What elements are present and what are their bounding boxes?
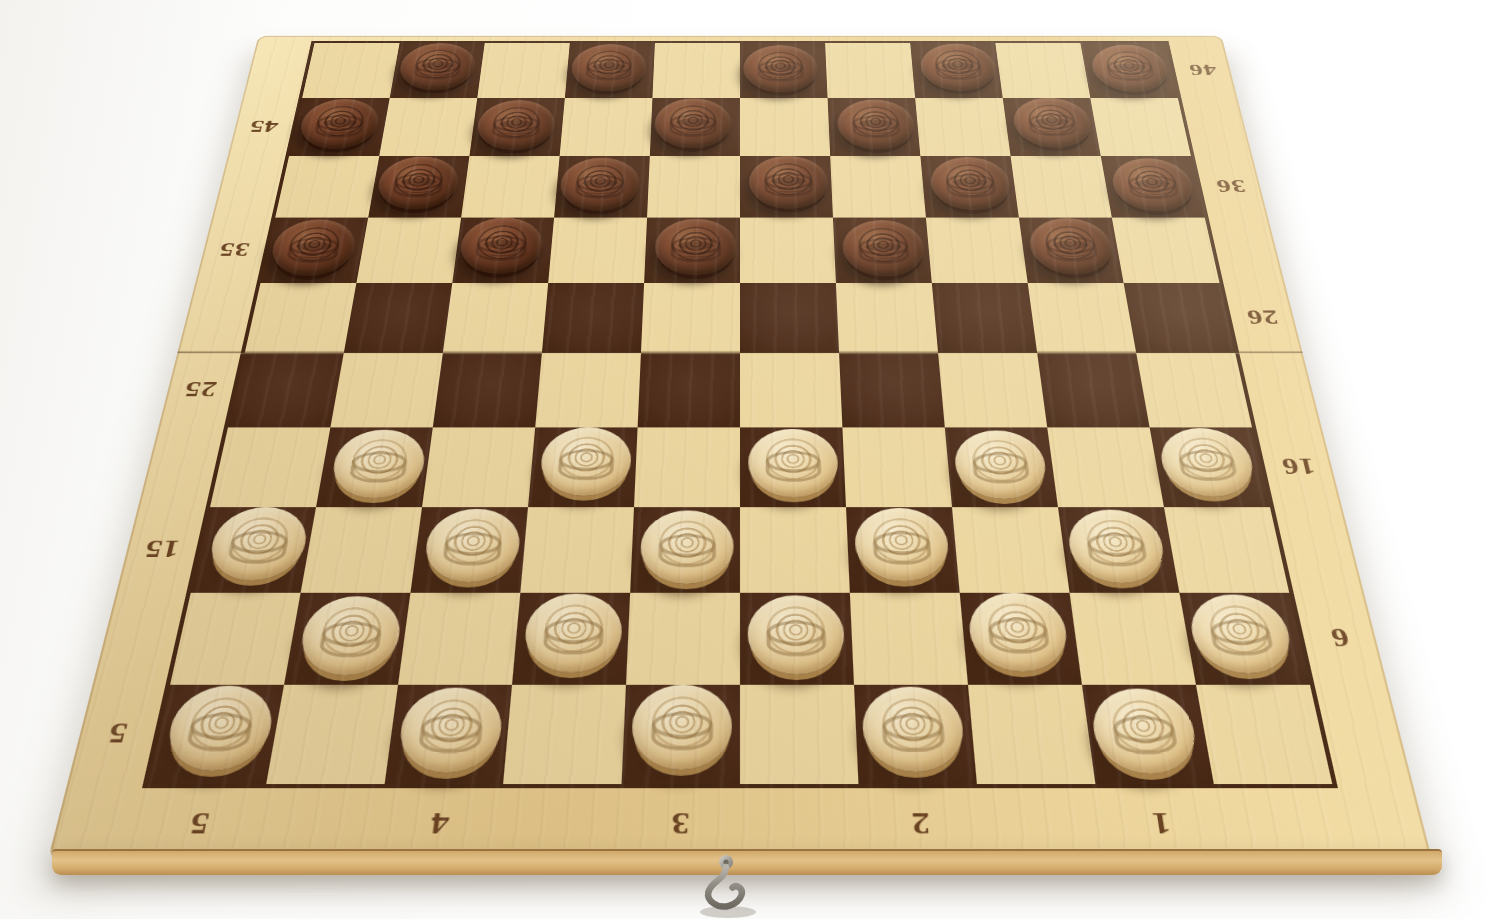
board-wood-border: ⛂⛂⛂⛂⛂⛂⛂⛂⛂⛂⛂⛂⛂⛂⛂⛂⛂⛂⛂⛂⛀⛀⛀⛀⛀⛀⛀⛀⛀⛀⛀⛀⛀⛀⛀⛀⛀⛀⛀⛀… <box>48 36 1433 861</box>
piece-light-man[interactable]: ⛀ <box>748 429 839 497</box>
piece-light-man[interactable]: ⛀ <box>748 595 846 674</box>
checker-glyph: ⛀ <box>204 507 311 580</box>
square-r8c6[interactable] <box>740 507 850 593</box>
square-r5c8[interactable] <box>932 283 1037 353</box>
piece-light-man[interactable]: ⛀ <box>1065 510 1169 583</box>
square-r1c8[interactable]: ⛂ <box>910 43 1003 98</box>
piece-dark-man[interactable]: ⛂ <box>396 43 478 90</box>
square-r1c1[interactable] <box>302 43 399 98</box>
label-right-2: 26 <box>1244 306 1281 330</box>
piece-light-man[interactable]: ⛀ <box>422 509 523 582</box>
checker-glyph: ⛂ <box>749 156 829 209</box>
square-r8c8[interactable] <box>952 507 1070 593</box>
square-r9c8[interactable]: ⛀ <box>960 593 1082 685</box>
square-r10c3[interactable]: ⛀ <box>385 685 512 784</box>
square-r3c6[interactable]: ⛂ <box>740 156 833 218</box>
square-r5c3[interactable] <box>443 283 548 353</box>
square-r8c5[interactable]: ⛀ <box>630 507 740 593</box>
label-right-3: 16 <box>1279 453 1319 480</box>
square-r10c8[interactable] <box>968 685 1095 784</box>
square-r3c4[interactable]: ⛂ <box>554 156 650 218</box>
label-right-1: 36 <box>1214 176 1248 197</box>
checker-glyph: ⛂ <box>654 219 736 275</box>
square-r9c2[interactable]: ⛀ <box>284 593 410 685</box>
label-right-4: 6 <box>1327 622 1352 653</box>
piece-dark-man[interactable]: ⛂ <box>1088 45 1172 92</box>
hook <box>708 867 742 906</box>
square-r4c3[interactable]: ⛂ <box>452 218 554 284</box>
square-r9c10[interactable]: ⛀ <box>1179 593 1310 685</box>
label-bottom-0: 5 <box>186 806 213 842</box>
checker-glyph: ⛀ <box>396 688 505 773</box>
piece-light-man[interactable]: ⛀ <box>522 594 623 673</box>
checker-glyph: ⛀ <box>539 427 633 495</box>
checker-glyph: ⛀ <box>422 509 523 582</box>
square-r4c10[interactable] <box>1112 218 1220 284</box>
piece-light-man[interactable]: ⛀ <box>1185 595 1297 674</box>
checker-glyph: ⛂ <box>919 44 998 91</box>
square-r7c3[interactable] <box>422 427 535 507</box>
square-r6c3[interactable] <box>433 353 542 428</box>
piece-dark-man[interactable]: ⛂ <box>570 44 647 91</box>
square-r3c1[interactable] <box>275 156 379 218</box>
checker-glyph: ⛂ <box>296 99 382 149</box>
checker-glyph: ⛀ <box>748 429 839 497</box>
checker-glyph: ⛀ <box>861 687 966 772</box>
label-left-4: 5 <box>104 717 131 751</box>
piece-dark-man[interactable]: ⛂ <box>749 156 829 209</box>
square-r6c5[interactable] <box>638 353 740 428</box>
square-r5c9[interactable] <box>1028 283 1136 353</box>
piece-light-man[interactable]: ⛀ <box>952 431 1049 499</box>
piece-dark-man[interactable]: ⛂ <box>1011 98 1095 148</box>
square-r3c2[interactable]: ⛂ <box>368 156 469 218</box>
piece-dark-man[interactable]: ⛂ <box>654 98 731 148</box>
square-r7c5[interactable] <box>634 427 740 507</box>
square-r1c7[interactable] <box>825 43 915 98</box>
square-r1c4[interactable]: ⛂ <box>565 43 655 98</box>
checker-glyph: ⛀ <box>296 596 405 675</box>
square-r7c9[interactable] <box>1047 427 1164 507</box>
square-r4c2[interactable] <box>356 218 461 284</box>
piece-dark-man[interactable]: ⛂ <box>457 218 544 274</box>
label-left-2: 25 <box>181 377 219 402</box>
checker-glyph: ⛀ <box>639 511 733 584</box>
square-r6c9[interactable] <box>1037 353 1149 428</box>
square-r4c9[interactable]: ⛂ <box>1019 218 1124 284</box>
square-r9c1[interactable] <box>170 593 301 685</box>
checker-glyph: ⛂ <box>1108 158 1197 211</box>
square-r2c1[interactable]: ⛂ <box>289 98 390 156</box>
checker-glyph: ⛀ <box>328 430 428 498</box>
square-r7c4[interactable]: ⛀ <box>528 427 638 507</box>
square-r9c9[interactable] <box>1070 593 1196 685</box>
square-r10c4[interactable] <box>503 685 626 784</box>
draughts-board: ⛂⛂⛂⛂⛂⛂⛂⛂⛂⛂⛂⛂⛂⛂⛂⛂⛂⛂⛂⛂⛀⛀⛀⛀⛀⛀⛀⛀⛀⛀⛀⛀⛀⛀⛀⛀⛀⛀⛀⛀… <box>48 36 1433 861</box>
photo-scene: ⛂⛂⛂⛂⛂⛂⛂⛂⛂⛂⛂⛂⛂⛂⛂⛂⛂⛂⛂⛂⛀⛀⛀⛀⛀⛀⛀⛀⛀⛀⛀⛀⛀⛀⛀⛀⛀⛀⛀⛀… <box>0 0 1497 919</box>
square-r3c9[interactable] <box>1011 156 1112 218</box>
square-r8c1[interactable]: ⛀ <box>191 507 316 593</box>
checker-glyph: ⛀ <box>522 594 623 673</box>
piece-dark-man[interactable]: ⛂ <box>558 158 640 211</box>
piece-light-man[interactable]: ⛀ <box>539 427 633 495</box>
checker-glyph: ⛂ <box>1026 218 1116 274</box>
checker-glyph: ⛂ <box>396 43 478 90</box>
piece-light-man[interactable]: ⛀ <box>861 687 966 772</box>
square-r2c10[interactable] <box>1090 98 1191 156</box>
square-r1c10[interactable]: ⛂ <box>1080 43 1177 98</box>
square-r4c7[interactable]: ⛂ <box>833 218 932 284</box>
square-r1c3[interactable] <box>477 43 570 98</box>
square-r2c3[interactable]: ⛂ <box>469 98 564 156</box>
piece-dark-man[interactable]: ⛂ <box>654 219 736 275</box>
square-r8c3[interactable]: ⛀ <box>410 507 528 593</box>
square-r9c6[interactable]: ⛀ <box>740 593 854 685</box>
square-r4c6[interactable] <box>740 218 836 284</box>
square-r9c7[interactable] <box>850 593 968 685</box>
piece-light-man[interactable]: ⛀ <box>161 686 278 771</box>
checker-glyph: ⛂ <box>1088 45 1172 92</box>
square-r1c6[interactable]: ⛂ <box>740 43 828 98</box>
piece-light-man[interactable]: ⛀ <box>853 508 951 581</box>
piece-light-man[interactable]: ⛀ <box>966 593 1071 672</box>
piece-light-man[interactable]: ⛀ <box>1088 689 1201 774</box>
checker-glyph: ⛀ <box>1156 428 1259 496</box>
checker-glyph: ⛂ <box>570 44 647 91</box>
checker-glyph: ⛀ <box>853 508 951 581</box>
square-r4c4[interactable] <box>548 218 647 284</box>
square-r2c8[interactable] <box>915 98 1010 156</box>
checker-glyph: ⛀ <box>161 686 278 771</box>
checker-glyph: ⛀ <box>748 595 846 674</box>
square-r9c3[interactable] <box>398 593 520 685</box>
square-r5c1[interactable] <box>245 283 357 353</box>
piece-dark-man[interactable]: ⛂ <box>1026 218 1116 274</box>
square-r8c7[interactable]: ⛀ <box>846 507 960 593</box>
label-bottom-3: 2 <box>910 806 932 842</box>
square-r4c1[interactable]: ⛂ <box>260 218 368 284</box>
label-left-1: 35 <box>216 239 252 261</box>
checker-glyph: ⛂ <box>558 158 640 211</box>
label-right-0: 46 <box>1187 61 1219 80</box>
checker-glyph: ⛂ <box>929 157 1014 210</box>
square-r5c10[interactable] <box>1124 283 1236 353</box>
square-r3c10[interactable]: ⛂ <box>1101 156 1205 218</box>
square-r1c2[interactable]: ⛂ <box>390 43 485 98</box>
piece-dark-man[interactable]: ⛂ <box>374 157 461 210</box>
square-r3c8[interactable]: ⛂ <box>920 156 1019 218</box>
square-r1c5[interactable] <box>652 43 740 98</box>
square-r7c10[interactable]: ⛀ <box>1150 427 1270 507</box>
checker-glyph: ⛀ <box>952 431 1049 499</box>
square-r6c2[interactable] <box>330 353 442 428</box>
label-left-0: 45 <box>247 117 280 137</box>
square-r10c6[interactable] <box>740 685 858 784</box>
checker-glyph: ⛂ <box>475 100 557 150</box>
piece-dark-man[interactable]: ⛂ <box>1108 158 1197 211</box>
square-r6c4[interactable] <box>535 353 641 428</box>
square-r5c2[interactable] <box>344 283 452 353</box>
checker-glyph: ⛀ <box>630 685 732 770</box>
square-r2c5[interactable]: ⛂ <box>650 98 740 156</box>
piece-dark-man[interactable]: ⛂ <box>296 99 382 149</box>
square-r10c2[interactable] <box>266 685 398 784</box>
piece-dark-man[interactable]: ⛂ <box>841 220 926 276</box>
square-r6c6[interactable] <box>740 353 842 428</box>
square-r2c9[interactable]: ⛂ <box>1003 98 1101 156</box>
checker-glyph: ⛀ <box>966 593 1071 672</box>
board-grid: ⛂⛂⛂⛂⛂⛂⛂⛂⛂⛂⛂⛂⛂⛂⛂⛂⛂⛂⛂⛂⛀⛀⛀⛀⛀⛀⛀⛀⛀⛀⛀⛀⛀⛀⛀⛀⛀⛀⛀⛀ <box>142 41 1338 788</box>
piece-dark-man[interactable]: ⛂ <box>743 45 818 92</box>
square-r8c10[interactable] <box>1164 507 1289 593</box>
piece-light-man[interactable]: ⛀ <box>328 430 428 498</box>
square-r2c2[interactable] <box>379 98 477 156</box>
square-r8c2[interactable] <box>301 507 422 593</box>
square-r4c5[interactable]: ⛂ <box>644 218 740 284</box>
square-r7c6[interactable]: ⛀ <box>740 427 846 507</box>
square-r7c1[interactable] <box>210 427 330 507</box>
square-r5c7[interactable] <box>836 283 938 353</box>
square-r10c5[interactable]: ⛀ <box>622 685 740 784</box>
square-r9c4[interactable]: ⛀ <box>512 593 630 685</box>
square-r1c9[interactable] <box>995 43 1090 98</box>
square-r6c1[interactable] <box>228 353 344 428</box>
piece-light-man[interactable]: ⛀ <box>296 596 405 675</box>
checker-glyph: ⛂ <box>841 220 926 276</box>
square-r3c7[interactable] <box>830 156 926 218</box>
checker-glyph: ⛂ <box>654 98 731 148</box>
piece-light-man[interactable]: ⛀ <box>639 511 733 584</box>
square-r6c10[interactable] <box>1136 353 1252 428</box>
square-r10c10[interactable] <box>1196 685 1332 784</box>
piece-light-man[interactable]: ⛀ <box>204 507 311 580</box>
piece-dark-man[interactable]: ⛂ <box>267 219 360 275</box>
label-bottom-4: 1 <box>1148 806 1173 842</box>
checker-glyph: ⛂ <box>457 218 544 274</box>
checker-glyph: ⛂ <box>1011 98 1095 148</box>
label-left-3: 15 <box>141 535 183 564</box>
square-r10c7[interactable]: ⛀ <box>854 685 977 784</box>
square-r8c9[interactable]: ⛀ <box>1058 507 1179 593</box>
checker-glyph: ⛂ <box>836 100 916 150</box>
square-r5c4[interactable] <box>542 283 644 353</box>
piece-light-man[interactable]: ⛀ <box>1156 428 1259 496</box>
piece-dark-man[interactable]: ⛂ <box>929 157 1014 210</box>
square-r10c1[interactable]: ⛀ <box>148 685 284 784</box>
piece-light-man[interactable]: ⛀ <box>396 688 505 773</box>
square-r10c9[interactable]: ⛀ <box>1082 685 1214 784</box>
square-r3c5[interactable] <box>647 156 740 218</box>
square-r7c8[interactable]: ⛀ <box>945 427 1058 507</box>
square-r8c4[interactable] <box>520 507 634 593</box>
square-r7c2[interactable]: ⛀ <box>316 427 433 507</box>
square-r4c8[interactable] <box>926 218 1028 284</box>
square-r9c5[interactable] <box>626 593 740 685</box>
square-r5c5[interactable] <box>641 283 740 353</box>
checker-glyph: ⛀ <box>1065 510 1169 583</box>
label-bottom-1: 4 <box>428 806 451 842</box>
checker-glyph: ⛀ <box>1088 689 1201 774</box>
piece-dark-man[interactable]: ⛂ <box>919 44 998 91</box>
clasp-hook-icon <box>690 852 774 919</box>
piece-dark-man[interactable]: ⛂ <box>475 100 557 150</box>
square-r7c7[interactable] <box>842 427 952 507</box>
square-r2c7[interactable]: ⛂ <box>828 98 921 156</box>
piece-light-man[interactable]: ⛀ <box>630 685 732 770</box>
checker-glyph: ⛂ <box>743 45 818 92</box>
checker-glyph: ⛂ <box>267 219 360 275</box>
square-r3c3[interactable] <box>461 156 560 218</box>
checker-glyph: ⛂ <box>374 157 461 210</box>
label-bottom-2: 3 <box>670 806 690 842</box>
square-r5c6[interactable] <box>740 283 839 353</box>
checker-glyph: ⛀ <box>1185 595 1297 674</box>
square-r6c7[interactable] <box>839 353 945 428</box>
square-r6c8[interactable] <box>938 353 1047 428</box>
piece-dark-man[interactable]: ⛂ <box>836 100 916 150</box>
square-r2c4[interactable] <box>560 98 653 156</box>
square-r2c6[interactable] <box>740 98 830 156</box>
